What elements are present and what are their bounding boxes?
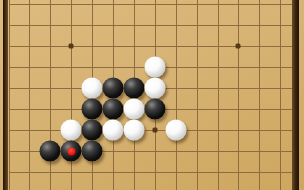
black-stone (61, 141, 82, 162)
black-stone (82, 99, 103, 120)
grid-line-vertical (218, 0, 219, 190)
white-stone (103, 120, 124, 141)
star-point (152, 128, 157, 133)
black-stone (103, 78, 124, 99)
white-stone (144, 57, 165, 78)
grid-line-horizontal (9, 4, 293, 5)
black-stone (82, 120, 103, 141)
grid-line-horizontal (9, 130, 293, 131)
board-rim-right (292, 0, 299, 190)
board-rim-left (3, 0, 8, 190)
board-outer-edge-right (299, 0, 304, 190)
grid-line-vertical (9, 0, 10, 190)
goban-board-surface[interactable] (0, 0, 304, 190)
grid-line-horizontal (9, 46, 293, 47)
grid-line-vertical (29, 0, 30, 190)
grid-line-vertical (238, 0, 239, 190)
black-stone (82, 141, 103, 162)
white-stone (123, 120, 144, 141)
white-stone (144, 78, 165, 99)
white-stone (82, 78, 103, 99)
grid-line-vertical (259, 0, 260, 190)
white-stone (165, 120, 186, 141)
last-move-marker (67, 147, 75, 155)
grid-line-horizontal (9, 172, 293, 173)
grid-line-vertical (197, 0, 198, 190)
white-stone (123, 99, 144, 120)
black-stone (123, 78, 144, 99)
white-stone (61, 120, 82, 141)
star-point (69, 44, 74, 49)
grid-line-vertical (50, 0, 51, 190)
grid-line-vertical (280, 0, 281, 190)
grid-line-vertical (71, 0, 72, 190)
black-stone (144, 99, 165, 120)
black-stone (40, 141, 61, 162)
black-stone (103, 99, 124, 120)
grid-line-vertical (176, 0, 177, 190)
grid-line-horizontal (9, 25, 293, 26)
gomoku-app-screen (0, 0, 304, 190)
star-point (236, 44, 241, 49)
